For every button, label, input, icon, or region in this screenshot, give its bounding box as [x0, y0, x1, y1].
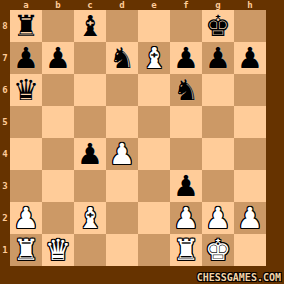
board-frame: abcdefgh 87654321 ♜♝♚♟♟♞♝♟♟♟♛♞♟♟♟♟♝♟♟♟♜♛… [0, 0, 284, 284]
white-rook[interactable]: ♜ [13, 234, 39, 266]
square-e7[interactable]: ♝ [138, 42, 170, 74]
file-label-h: h [234, 0, 266, 10]
rank-label-3: 3 [0, 170, 10, 202]
square-b1[interactable]: ♛ [42, 234, 74, 266]
black-pawn[interactable]: ♟ [13, 42, 39, 74]
rank-labels: 87654321 [0, 10, 10, 266]
square-e6[interactable] [138, 74, 170, 106]
black-pawn[interactable]: ♟ [45, 42, 71, 74]
square-b5[interactable] [42, 106, 74, 138]
rank-label-7: 7 [0, 42, 10, 74]
square-f3[interactable]: ♟ [170, 170, 202, 202]
black-pawn[interactable]: ♟ [173, 42, 199, 74]
black-rook[interactable]: ♜ [13, 10, 39, 42]
black-bishop[interactable]: ♝ [77, 10, 103, 42]
file-label-d: d [106, 0, 138, 10]
square-c2[interactable]: ♝ [74, 202, 106, 234]
square-g3[interactable] [202, 170, 234, 202]
square-d4[interactable]: ♟ [106, 138, 138, 170]
square-c1[interactable] [74, 234, 106, 266]
square-f4[interactable] [170, 138, 202, 170]
square-c6[interactable] [74, 74, 106, 106]
rank-label-5: 5 [0, 106, 10, 138]
square-b6[interactable] [42, 74, 74, 106]
square-h6[interactable] [234, 74, 266, 106]
black-knight[interactable]: ♞ [109, 42, 135, 74]
square-e8[interactable] [138, 10, 170, 42]
black-king[interactable]: ♚ [205, 10, 231, 42]
square-d8[interactable] [106, 10, 138, 42]
black-pawn[interactable]: ♟ [205, 42, 231, 74]
square-d2[interactable] [106, 202, 138, 234]
square-g6[interactable] [202, 74, 234, 106]
white-pawn[interactable]: ♟ [109, 138, 135, 170]
file-label-e: e [138, 0, 170, 10]
rank-label-6: 6 [0, 74, 10, 106]
chess-board[interactable]: ♜♝♚♟♟♞♝♟♟♟♛♞♟♟♟♟♝♟♟♟♜♛♜♚ [10, 10, 266, 266]
square-g7[interactable]: ♟ [202, 42, 234, 74]
square-h3[interactable] [234, 170, 266, 202]
square-a2[interactable]: ♟ [10, 202, 42, 234]
square-d1[interactable] [106, 234, 138, 266]
square-a1[interactable]: ♜ [10, 234, 42, 266]
square-b4[interactable] [42, 138, 74, 170]
black-queen[interactable]: ♛ [13, 74, 39, 106]
square-a6[interactable]: ♛ [10, 74, 42, 106]
square-f8[interactable] [170, 10, 202, 42]
square-f2[interactable]: ♟ [170, 202, 202, 234]
square-e4[interactable] [138, 138, 170, 170]
square-c3[interactable] [74, 170, 106, 202]
square-h2[interactable]: ♟ [234, 202, 266, 234]
white-pawn[interactable]: ♟ [205, 202, 231, 234]
square-e2[interactable] [138, 202, 170, 234]
square-h5[interactable] [234, 106, 266, 138]
black-pawn[interactable]: ♟ [237, 42, 263, 74]
square-h1[interactable] [234, 234, 266, 266]
square-c4[interactable]: ♟ [74, 138, 106, 170]
black-knight[interactable]: ♞ [173, 74, 199, 106]
file-label-b: b [42, 0, 74, 10]
white-king[interactable]: ♚ [205, 234, 231, 266]
rank-label-2: 2 [0, 202, 10, 234]
square-d6[interactable] [106, 74, 138, 106]
white-bishop[interactable]: ♝ [141, 42, 167, 74]
square-e1[interactable] [138, 234, 170, 266]
white-pawn[interactable]: ♟ [13, 202, 39, 234]
square-h7[interactable]: ♟ [234, 42, 266, 74]
square-c7[interactable] [74, 42, 106, 74]
square-d5[interactable] [106, 106, 138, 138]
square-h4[interactable] [234, 138, 266, 170]
white-bishop[interactable]: ♝ [77, 202, 103, 234]
square-c5[interactable] [74, 106, 106, 138]
square-b7[interactable]: ♟ [42, 42, 74, 74]
square-e5[interactable] [138, 106, 170, 138]
square-a5[interactable] [10, 106, 42, 138]
black-pawn[interactable]: ♟ [173, 170, 199, 202]
square-h8[interactable] [234, 10, 266, 42]
square-b2[interactable] [42, 202, 74, 234]
square-a8[interactable]: ♜ [10, 10, 42, 42]
square-f5[interactable] [170, 106, 202, 138]
file-label-f: f [170, 0, 202, 10]
square-d3[interactable] [106, 170, 138, 202]
square-a4[interactable] [10, 138, 42, 170]
square-f7[interactable]: ♟ [170, 42, 202, 74]
square-g5[interactable] [202, 106, 234, 138]
rank-label-1: 1 [0, 234, 10, 266]
rank-label-8: 8 [0, 10, 10, 42]
square-g8[interactable]: ♚ [202, 10, 234, 42]
square-d7[interactable]: ♞ [106, 42, 138, 74]
white-queen[interactable]: ♛ [45, 234, 71, 266]
square-g2[interactable]: ♟ [202, 202, 234, 234]
black-pawn[interactable]: ♟ [77, 138, 103, 170]
square-a7[interactable]: ♟ [10, 42, 42, 74]
square-b8[interactable] [42, 10, 74, 42]
white-rook[interactable]: ♜ [173, 234, 199, 266]
square-g4[interactable] [202, 138, 234, 170]
white-pawn[interactable]: ♟ [173, 202, 199, 234]
rank-label-4: 4 [0, 138, 10, 170]
square-e3[interactable] [138, 170, 170, 202]
square-c8[interactable]: ♝ [74, 10, 106, 42]
site-watermark: CHESSGAMES.COM [197, 272, 281, 283]
square-a3[interactable] [10, 170, 42, 202]
white-pawn[interactable]: ♟ [237, 202, 263, 234]
square-g1[interactable]: ♚ [202, 234, 234, 266]
square-f1[interactable]: ♜ [170, 234, 202, 266]
square-f6[interactable]: ♞ [170, 74, 202, 106]
square-b3[interactable] [42, 170, 74, 202]
